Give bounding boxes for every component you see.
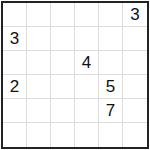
empty-cell[interactable] xyxy=(51,123,75,147)
puzzle-board: 334257 xyxy=(1,1,149,149)
empty-cell[interactable] xyxy=(3,3,27,27)
empty-cell[interactable] xyxy=(99,3,123,27)
empty-cell[interactable] xyxy=(27,75,51,99)
empty-cell[interactable] xyxy=(3,123,27,147)
empty-cell[interactable] xyxy=(123,99,147,123)
empty-cell[interactable] xyxy=(123,51,147,75)
empty-cell[interactable] xyxy=(27,3,51,27)
empty-cell[interactable] xyxy=(51,3,75,27)
empty-cell[interactable] xyxy=(27,27,51,51)
clue-cell: 3 xyxy=(123,3,147,27)
empty-cell[interactable] xyxy=(75,75,99,99)
empty-cell[interactable] xyxy=(27,123,51,147)
empty-cell[interactable] xyxy=(3,99,27,123)
empty-cell[interactable] xyxy=(75,99,99,123)
empty-cell[interactable] xyxy=(123,75,147,99)
empty-cell[interactable] xyxy=(123,123,147,147)
empty-cell[interactable] xyxy=(51,75,75,99)
clue-cell: 7 xyxy=(99,99,123,123)
empty-cell[interactable] xyxy=(75,27,99,51)
empty-cell[interactable] xyxy=(99,51,123,75)
empty-cell[interactable] xyxy=(123,27,147,51)
clue-cell: 2 xyxy=(3,75,27,99)
clue-cell: 4 xyxy=(75,51,99,75)
empty-cell[interactable] xyxy=(3,51,27,75)
empty-cell[interactable] xyxy=(51,99,75,123)
clue-cell: 3 xyxy=(3,27,27,51)
empty-cell[interactable] xyxy=(99,123,123,147)
empty-cell[interactable] xyxy=(27,99,51,123)
empty-cell[interactable] xyxy=(75,3,99,27)
empty-cell[interactable] xyxy=(75,123,99,147)
empty-cell[interactable] xyxy=(27,51,51,75)
empty-cell[interactable] xyxy=(99,27,123,51)
clue-cell: 5 xyxy=(99,75,123,99)
empty-cell[interactable] xyxy=(51,27,75,51)
empty-cell[interactable] xyxy=(51,51,75,75)
